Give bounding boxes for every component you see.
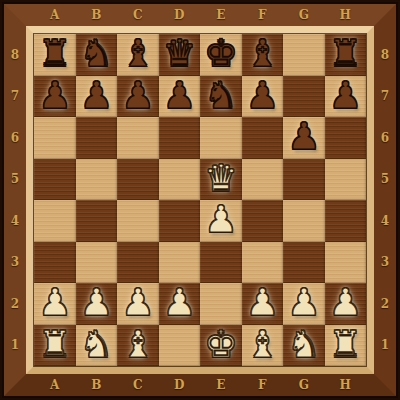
- square-a8[interactable]: ♜: [34, 34, 76, 76]
- square-b3[interactable]: [76, 242, 118, 284]
- rank-label-left-6: 6: [4, 117, 26, 159]
- rank-label-left-7: 7: [4, 76, 26, 118]
- square-g6[interactable]: ♟: [283, 117, 325, 159]
- square-b4[interactable]: [76, 200, 118, 242]
- piece-white-pawn[interactable]: ♟: [329, 284, 362, 321]
- rank-label-right-1: 1: [374, 325, 396, 367]
- piece-black-pawn[interactable]: ♟: [329, 77, 362, 114]
- square-f6[interactable]: [242, 117, 284, 159]
- square-d6[interactable]: [159, 117, 201, 159]
- square-h4[interactable]: [325, 200, 367, 242]
- square-d3[interactable]: [159, 242, 201, 284]
- square-e2[interactable]: [200, 283, 242, 325]
- square-d7[interactable]: ♟: [159, 76, 201, 118]
- file-label-top-e: E: [200, 4, 242, 26]
- square-a5[interactable]: [34, 159, 76, 201]
- square-h5[interactable]: [325, 159, 367, 201]
- square-f4[interactable]: [242, 200, 284, 242]
- square-c6[interactable]: [117, 117, 159, 159]
- square-d1[interactable]: [159, 325, 201, 367]
- square-h8[interactable]: ♜: [325, 34, 367, 76]
- square-f1[interactable]: ♝: [242, 325, 284, 367]
- square-b2[interactable]: ♟: [76, 283, 118, 325]
- file-label-top-b: B: [76, 4, 118, 26]
- square-f5[interactable]: [242, 159, 284, 201]
- file-labels-bottom: ABCDEFGH: [34, 374, 366, 396]
- square-a2[interactable]: ♟: [34, 283, 76, 325]
- rank-label-left-2: 2: [4, 283, 26, 325]
- rank-label-left-4: 4: [4, 200, 26, 242]
- square-e8[interactable]: ♚: [200, 34, 242, 76]
- file-label-bottom-d: D: [159, 374, 201, 396]
- piece-white-knight[interactable]: ♞: [80, 326, 113, 363]
- piece-black-queen[interactable]: ♛: [163, 35, 196, 72]
- square-c8[interactable]: ♝: [117, 34, 159, 76]
- square-h6[interactable]: [325, 117, 367, 159]
- rank-label-right-3: 3: [374, 242, 396, 284]
- square-d4[interactable]: [159, 200, 201, 242]
- piece-black-pawn[interactable]: ♟: [246, 77, 279, 114]
- file-label-bottom-b: B: [76, 374, 118, 396]
- square-c5[interactable]: [117, 159, 159, 201]
- piece-black-bishop[interactable]: ♝: [246, 35, 279, 72]
- file-label-bottom-h: H: [325, 374, 367, 396]
- square-b7[interactable]: ♟: [76, 76, 118, 118]
- piece-white-pawn[interactable]: ♟: [121, 284, 154, 321]
- file-label-top-f: F: [242, 4, 284, 26]
- square-d5[interactable]: [159, 159, 201, 201]
- square-h2[interactable]: ♟: [325, 283, 367, 325]
- piece-black-pawn[interactable]: ♟: [287, 118, 320, 155]
- rank-label-left-8: 8: [4, 34, 26, 76]
- rank-labels-left: 87654321: [4, 34, 26, 366]
- square-d2[interactable]: ♟: [159, 283, 201, 325]
- piece-black-knight[interactable]: ♞: [204, 77, 237, 114]
- piece-white-pawn[interactable]: ♟: [80, 284, 113, 321]
- piece-white-knight[interactable]: ♞: [287, 326, 320, 363]
- piece-white-bishop[interactable]: ♝: [246, 326, 279, 363]
- square-c3[interactable]: [117, 242, 159, 284]
- chess-board-app: ABCDEFGH ABCDEFGH 87654321 87654321 ♜♞♝♛…: [0, 0, 400, 400]
- piece-white-king[interactable]: ♚: [204, 326, 237, 363]
- board: ♜♞♝♛♚♝♜♟♟♟♟♞♟♟♟♛♟♟♟♟♟♟♟♟♜♞♝♚♝♞♜: [34, 34, 366, 366]
- piece-white-pawn[interactable]: ♟: [246, 284, 279, 321]
- square-h1[interactable]: ♜: [325, 325, 367, 367]
- square-e1[interactable]: ♚: [200, 325, 242, 367]
- square-e6[interactable]: [200, 117, 242, 159]
- square-c1[interactable]: ♝: [117, 325, 159, 367]
- square-e7[interactable]: ♞: [200, 76, 242, 118]
- rank-label-right-4: 4: [374, 200, 396, 242]
- square-h3[interactable]: [325, 242, 367, 284]
- square-b6[interactable]: [76, 117, 118, 159]
- square-c7[interactable]: ♟: [117, 76, 159, 118]
- square-g1[interactable]: ♞: [283, 325, 325, 367]
- square-e5[interactable]: ♛: [200, 159, 242, 201]
- square-h7[interactable]: ♟: [325, 76, 367, 118]
- square-f7[interactable]: ♟: [242, 76, 284, 118]
- rank-label-left-5: 5: [4, 159, 26, 201]
- piece-white-rook[interactable]: ♜: [38, 326, 71, 363]
- piece-white-bishop[interactable]: ♝: [121, 326, 154, 363]
- square-a1[interactable]: ♜: [34, 325, 76, 367]
- square-a6[interactable]: [34, 117, 76, 159]
- rank-label-left-1: 1: [4, 325, 26, 367]
- square-c2[interactable]: ♟: [117, 283, 159, 325]
- square-e3[interactable]: [200, 242, 242, 284]
- piece-white-pawn[interactable]: ♟: [287, 284, 320, 321]
- rank-label-right-8: 8: [374, 34, 396, 76]
- file-label-top-d: D: [159, 4, 201, 26]
- square-c4[interactable]: [117, 200, 159, 242]
- square-g2[interactable]: ♟: [283, 283, 325, 325]
- square-a7[interactable]: ♟: [34, 76, 76, 118]
- square-f2[interactable]: ♟: [242, 283, 284, 325]
- square-g8[interactable]: [283, 34, 325, 76]
- square-a4[interactable]: [34, 200, 76, 242]
- file-label-bottom-a: A: [34, 374, 76, 396]
- piece-black-rook[interactable]: ♜: [38, 35, 71, 72]
- file-label-top-g: G: [283, 4, 325, 26]
- rank-labels-right: 87654321: [374, 34, 396, 366]
- piece-black-pawn[interactable]: ♟: [163, 77, 196, 114]
- square-b5[interactable]: [76, 159, 118, 201]
- rank-label-right-7: 7: [374, 76, 396, 118]
- file-label-bottom-c: C: [117, 374, 159, 396]
- square-b8[interactable]: ♞: [76, 34, 118, 76]
- piece-white-pawn[interactable]: ♟: [204, 201, 237, 238]
- piece-white-queen[interactable]: ♛: [204, 160, 237, 197]
- square-b1[interactable]: ♞: [76, 325, 118, 367]
- piece-black-knight[interactable]: ♞: [80, 35, 113, 72]
- piece-white-pawn[interactable]: ♟: [38, 284, 71, 321]
- piece-black-pawn[interactable]: ♟: [80, 77, 113, 114]
- piece-white-pawn[interactable]: ♟: [163, 284, 196, 321]
- file-label-top-a: A: [34, 4, 76, 26]
- square-a3[interactable]: [34, 242, 76, 284]
- rank-label-right-2: 2: [374, 283, 396, 325]
- square-e4[interactable]: ♟: [200, 200, 242, 242]
- square-g5[interactable]: [283, 159, 325, 201]
- rank-label-left-3: 3: [4, 242, 26, 284]
- file-label-top-c: C: [117, 4, 159, 26]
- square-g7[interactable]: [283, 76, 325, 118]
- rank-label-right-6: 6: [374, 117, 396, 159]
- file-label-bottom-f: F: [242, 374, 284, 396]
- square-d8[interactable]: ♛: [159, 34, 201, 76]
- square-f3[interactable]: [242, 242, 284, 284]
- rank-label-right-5: 5: [374, 159, 396, 201]
- piece-white-rook[interactable]: ♜: [329, 326, 362, 363]
- file-label-bottom-e: E: [200, 374, 242, 396]
- piece-black-king[interactable]: ♚: [204, 35, 237, 72]
- piece-black-pawn[interactable]: ♟: [38, 77, 71, 114]
- piece-black-bishop[interactable]: ♝: [121, 35, 154, 72]
- square-g4[interactable]: [283, 200, 325, 242]
- square-g3[interactable]: [283, 242, 325, 284]
- piece-black-rook[interactable]: ♜: [329, 35, 362, 72]
- file-label-top-h: H: [325, 4, 367, 26]
- file-label-bottom-g: G: [283, 374, 325, 396]
- piece-black-pawn[interactable]: ♟: [121, 77, 154, 114]
- file-labels-top: ABCDEFGH: [34, 4, 366, 26]
- square-f8[interactable]: ♝: [242, 34, 284, 76]
